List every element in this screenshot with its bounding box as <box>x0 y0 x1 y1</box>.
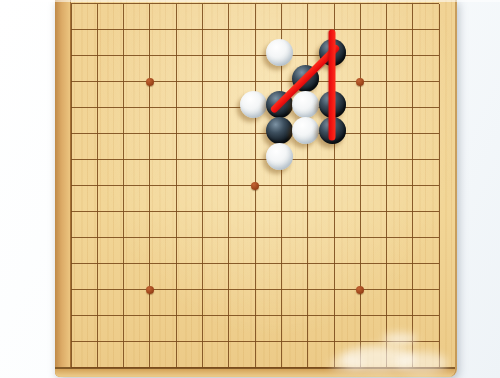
red-annotation-line <box>329 30 336 141</box>
grid-line-vertical <box>307 4 308 368</box>
stone-white[interactable] <box>266 39 293 66</box>
star-point <box>146 286 154 294</box>
stone-white[interactable] <box>292 117 319 144</box>
grid-line-horizontal <box>71 263 439 264</box>
grid-line-vertical <box>360 4 361 368</box>
grid-line-horizontal <box>71 289 439 290</box>
screenshot-root <box>0 0 500 378</box>
top-edge-highlight <box>0 0 500 2</box>
watermark-smudge <box>330 356 364 372</box>
star-point <box>251 182 259 190</box>
stone-white[interactable] <box>240 91 267 118</box>
grid-line-vertical <box>412 4 413 368</box>
watermark-smudge <box>396 352 448 374</box>
star-point <box>356 286 364 294</box>
board-layer <box>0 0 500 378</box>
grid-line-vertical <box>386 4 387 368</box>
star-point <box>146 78 154 86</box>
stone-black[interactable] <box>266 117 293 144</box>
stone-white[interactable] <box>292 91 319 118</box>
grid-line-horizontal <box>71 315 439 316</box>
stone-white[interactable] <box>266 143 293 170</box>
grid-line-vertical <box>439 4 440 368</box>
watermark-smudge <box>383 333 417 345</box>
star-point <box>356 78 364 86</box>
grid-line-horizontal <box>71 211 439 212</box>
grid-line-horizontal <box>71 237 439 238</box>
